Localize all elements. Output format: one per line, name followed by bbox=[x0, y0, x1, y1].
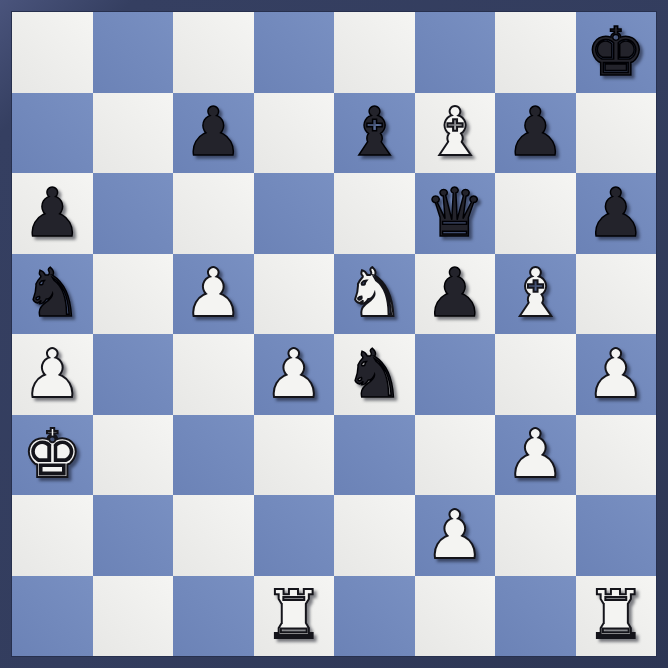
white-bishop[interactable]: ♝ bbox=[415, 93, 496, 174]
black-knight[interactable]: ♞ bbox=[12, 254, 93, 335]
square-e4[interactable]: ♞ bbox=[334, 334, 415, 415]
square-d4[interactable]: ♟ bbox=[254, 334, 335, 415]
square-d3[interactable] bbox=[254, 415, 335, 496]
white-rook[interactable]: ♜ bbox=[576, 576, 657, 657]
black-king[interactable]: ♚ bbox=[576, 12, 657, 93]
square-d2[interactable] bbox=[254, 495, 335, 576]
square-g8[interactable] bbox=[495, 12, 576, 93]
square-f6[interactable]: ♛ bbox=[415, 173, 496, 254]
board-frame: ♚♟♝♝♟♟♛♟♞♟♞♟♝♟♟♞♟♚♟♟♜♜ bbox=[0, 0, 668, 668]
square-d5[interactable] bbox=[254, 254, 335, 335]
square-g5[interactable]: ♝ bbox=[495, 254, 576, 335]
white-pawn[interactable]: ♟ bbox=[173, 254, 254, 335]
square-h7[interactable] bbox=[576, 93, 657, 174]
square-d1[interactable]: ♜ bbox=[254, 576, 335, 657]
white-pawn[interactable]: ♟ bbox=[12, 334, 93, 415]
square-e3[interactable] bbox=[334, 415, 415, 496]
black-pawn[interactable]: ♟ bbox=[12, 173, 93, 254]
square-b6[interactable] bbox=[93, 173, 174, 254]
square-a4[interactable]: ♟ bbox=[12, 334, 93, 415]
square-c2[interactable] bbox=[173, 495, 254, 576]
square-g3[interactable]: ♟ bbox=[495, 415, 576, 496]
square-h4[interactable]: ♟ bbox=[576, 334, 657, 415]
square-e6[interactable] bbox=[334, 173, 415, 254]
square-f7[interactable]: ♝ bbox=[415, 93, 496, 174]
square-b7[interactable] bbox=[93, 93, 174, 174]
square-f4[interactable] bbox=[415, 334, 496, 415]
square-g7[interactable]: ♟ bbox=[495, 93, 576, 174]
white-pawn[interactable]: ♟ bbox=[576, 334, 657, 415]
square-g4[interactable] bbox=[495, 334, 576, 415]
white-pawn[interactable]: ♟ bbox=[254, 334, 335, 415]
black-queen[interactable]: ♛ bbox=[415, 173, 496, 254]
square-b4[interactable] bbox=[93, 334, 174, 415]
square-f1[interactable] bbox=[415, 576, 496, 657]
square-b2[interactable] bbox=[93, 495, 174, 576]
square-a8[interactable] bbox=[12, 12, 93, 93]
square-c6[interactable] bbox=[173, 173, 254, 254]
square-d7[interactable] bbox=[254, 93, 335, 174]
square-h6[interactable]: ♟ bbox=[576, 173, 657, 254]
square-f8[interactable] bbox=[415, 12, 496, 93]
square-h1[interactable]: ♜ bbox=[576, 576, 657, 657]
square-c4[interactable] bbox=[173, 334, 254, 415]
white-pawn[interactable]: ♟ bbox=[415, 495, 496, 576]
square-e5[interactable]: ♞ bbox=[334, 254, 415, 335]
black-pawn[interactable]: ♟ bbox=[173, 93, 254, 174]
white-rook[interactable]: ♜ bbox=[254, 576, 335, 657]
square-e7[interactable]: ♝ bbox=[334, 93, 415, 174]
square-f3[interactable] bbox=[415, 415, 496, 496]
square-d6[interactable] bbox=[254, 173, 335, 254]
square-b3[interactable] bbox=[93, 415, 174, 496]
square-g6[interactable] bbox=[495, 173, 576, 254]
square-g2[interactable] bbox=[495, 495, 576, 576]
square-e1[interactable] bbox=[334, 576, 415, 657]
black-knight[interactable]: ♞ bbox=[334, 334, 415, 415]
square-h8[interactable]: ♚ bbox=[576, 12, 657, 93]
square-h5[interactable] bbox=[576, 254, 657, 335]
black-pawn[interactable]: ♟ bbox=[495, 93, 576, 174]
square-e2[interactable] bbox=[334, 495, 415, 576]
square-c8[interactable] bbox=[173, 12, 254, 93]
white-king[interactable]: ♚ bbox=[12, 415, 93, 496]
square-c7[interactable]: ♟ bbox=[173, 93, 254, 174]
square-a3[interactable]: ♚ bbox=[12, 415, 93, 496]
black-bishop[interactable]: ♝ bbox=[334, 93, 415, 174]
square-a6[interactable]: ♟ bbox=[12, 173, 93, 254]
square-a2[interactable] bbox=[12, 495, 93, 576]
square-g1[interactable] bbox=[495, 576, 576, 657]
white-knight[interactable]: ♞ bbox=[334, 254, 415, 335]
square-d8[interactable] bbox=[254, 12, 335, 93]
square-f5[interactable]: ♟ bbox=[415, 254, 496, 335]
square-f2[interactable]: ♟ bbox=[415, 495, 496, 576]
square-a5[interactable]: ♞ bbox=[12, 254, 93, 335]
square-c5[interactable]: ♟ bbox=[173, 254, 254, 335]
white-pawn[interactable]: ♟ bbox=[495, 415, 576, 496]
white-bishop[interactable]: ♝ bbox=[495, 254, 576, 335]
chess-board: ♚♟♝♝♟♟♛♟♞♟♞♟♝♟♟♞♟♚♟♟♜♜ bbox=[12, 12, 656, 656]
square-h2[interactable] bbox=[576, 495, 657, 576]
square-b5[interactable] bbox=[93, 254, 174, 335]
black-pawn[interactable]: ♟ bbox=[415, 254, 496, 335]
square-e8[interactable] bbox=[334, 12, 415, 93]
square-b1[interactable] bbox=[93, 576, 174, 657]
square-a7[interactable] bbox=[12, 93, 93, 174]
square-c3[interactable] bbox=[173, 415, 254, 496]
square-a1[interactable] bbox=[12, 576, 93, 657]
black-pawn[interactable]: ♟ bbox=[576, 173, 657, 254]
square-c1[interactable] bbox=[173, 576, 254, 657]
square-b8[interactable] bbox=[93, 12, 174, 93]
square-h3[interactable] bbox=[576, 415, 657, 496]
